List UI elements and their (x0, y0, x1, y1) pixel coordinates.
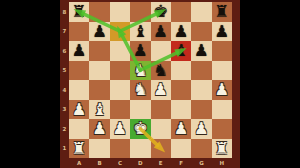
screenshot-stage: 87654321 ABCDEFGH ♜♚♜♟♝♟♟♟♟♟♝♟♞♞♞♟♟♟♝♟♟♚… (0, 0, 300, 168)
square-e4[interactable]: ♟ (151, 80, 171, 100)
square-g6[interactable]: ♟ (191, 41, 211, 61)
file-label-g: G (191, 158, 211, 168)
black-knight-e5: ♞ (153, 61, 168, 81)
square-g3[interactable] (191, 100, 211, 120)
square-b7[interactable]: ♟ (89, 22, 109, 42)
square-b8[interactable] (89, 2, 109, 22)
white-pawn-c2: ♟ (113, 119, 128, 139)
white-king-d2: ♚ (133, 119, 148, 139)
square-g5[interactable] (191, 61, 211, 81)
white-pawn-b2: ♟ (92, 119, 107, 139)
square-h5[interactable] (212, 61, 232, 81)
square-d6[interactable]: ♟ (130, 41, 150, 61)
file-label-c: C (110, 158, 130, 168)
rank-label-6: 6 (60, 41, 69, 61)
square-g7[interactable] (191, 22, 211, 42)
rank-label-3: 3 (60, 100, 69, 120)
square-c8[interactable] (110, 2, 130, 22)
square-f7[interactable]: ♟ (171, 22, 191, 42)
white-pawn-f2: ♟ (174, 119, 189, 139)
square-a1[interactable]: ♜ (69, 139, 89, 159)
white-rook-h1: ♜ (214, 139, 229, 159)
square-d1[interactable] (130, 139, 150, 159)
square-c5[interactable] (110, 61, 130, 81)
file-label-b: B (89, 158, 109, 168)
square-h3[interactable] (212, 100, 232, 120)
square-e1[interactable] (151, 139, 171, 159)
square-a6[interactable]: ♟ (69, 41, 89, 61)
black-bishop-f6: ♝ (174, 41, 189, 61)
black-pawn-e7: ♟ (153, 22, 168, 42)
square-c2[interactable]: ♟ (110, 119, 130, 139)
square-f6[interactable]: ♝ (171, 41, 191, 61)
black-pawn-a6: ♟ (72, 41, 87, 61)
white-pawn-h4: ♟ (214, 80, 229, 100)
square-f1[interactable] (171, 139, 191, 159)
square-f3[interactable] (171, 100, 191, 120)
square-f8[interactable] (171, 2, 191, 22)
square-d5[interactable]: ♞ (130, 61, 150, 81)
square-f5[interactable] (171, 61, 191, 81)
square-c6[interactable] (110, 41, 130, 61)
black-rook-a8: ♜ (72, 2, 87, 22)
file-label-d: D (130, 158, 150, 168)
black-king-e8: ♚ (153, 2, 168, 22)
black-pawn-h7: ♟ (214, 22, 229, 42)
square-e5[interactable]: ♞ (151, 61, 171, 81)
square-d8[interactable] (130, 2, 150, 22)
square-a2[interactable] (69, 119, 89, 139)
white-pawn-g2: ♟ (194, 119, 209, 139)
square-h4[interactable]: ♟ (212, 80, 232, 100)
square-g4[interactable] (191, 80, 211, 100)
square-e7[interactable]: ♟ (151, 22, 171, 42)
square-a5[interactable] (69, 61, 89, 81)
black-pawn-f7: ♟ (174, 22, 189, 42)
square-b5[interactable] (89, 61, 109, 81)
square-c4[interactable] (110, 80, 130, 100)
square-a3[interactable]: ♟ (69, 100, 89, 120)
white-bishop-b3: ♝ (92, 100, 107, 120)
black-pawn-g6: ♟ (194, 41, 209, 61)
square-h2[interactable] (212, 119, 232, 139)
square-h7[interactable]: ♟ (212, 22, 232, 42)
square-g8[interactable] (191, 2, 211, 22)
rank-label-4: 4 (60, 80, 69, 100)
chess-board[interactable]: ♜♚♜♟♝♟♟♟♟♟♝♟♞♞♞♟♟♟♝♟♟♚♟♟♜♜ (69, 2, 232, 158)
square-e6[interactable] (151, 41, 171, 61)
square-a8[interactable]: ♜ (69, 2, 89, 22)
white-knight-d4: ♞ (133, 80, 148, 100)
square-b3[interactable]: ♝ (89, 100, 109, 120)
square-c1[interactable] (110, 139, 130, 159)
square-e2[interactable] (151, 119, 171, 139)
square-c3[interactable] (110, 100, 130, 120)
square-b2[interactable]: ♟ (89, 119, 109, 139)
square-a4[interactable] (69, 80, 89, 100)
black-rook-h8: ♜ (214, 2, 229, 22)
square-a7[interactable] (69, 22, 89, 42)
square-f2[interactable]: ♟ (171, 119, 191, 139)
black-pawn-d6: ♟ (133, 41, 148, 61)
chess-board-frame: 87654321 ABCDEFGH ♜♚♜♟♝♟♟♟♟♟♝♟♞♞♞♟♟♟♝♟♟♚… (60, 0, 240, 168)
square-h6[interactable] (212, 41, 232, 61)
square-d4[interactable]: ♞ (130, 80, 150, 100)
square-c7[interactable] (110, 22, 130, 42)
square-b1[interactable] (89, 139, 109, 159)
black-pawn-b7: ♟ (92, 22, 107, 42)
square-e8[interactable]: ♚ (151, 2, 171, 22)
file-label-f: F (171, 158, 191, 168)
square-g1[interactable] (191, 139, 211, 159)
rank-label-8: 8 (60, 2, 69, 22)
rank-label-5: 5 (60, 61, 69, 81)
square-b4[interactable] (89, 80, 109, 100)
rank-label-1: 1 (60, 139, 69, 159)
rank-label-2: 2 (60, 119, 69, 139)
white-pawn-e4: ♟ (153, 80, 168, 100)
square-d7[interactable]: ♝ (130, 22, 150, 42)
square-b6[interactable] (89, 41, 109, 61)
white-knight-d5: ♞ (133, 61, 148, 81)
square-h1[interactable]: ♜ (212, 139, 232, 159)
file-label-e: E (151, 158, 171, 168)
square-h8[interactable]: ♜ (212, 2, 232, 22)
white-rook-a1: ♜ (72, 139, 87, 159)
rank-label-7: 7 (60, 22, 69, 42)
square-d2[interactable]: ♚ (130, 119, 150, 139)
square-e3[interactable] (151, 100, 171, 120)
square-f4[interactable] (171, 80, 191, 100)
file-labels: ABCDEFGH (69, 158, 232, 168)
black-bishop-d7: ♝ (133, 22, 148, 42)
square-g2[interactable]: ♟ (191, 119, 211, 139)
file-label-a: A (69, 158, 89, 168)
rank-labels: 87654321 (60, 2, 69, 158)
square-d3[interactable] (130, 100, 150, 120)
file-label-h: H (212, 158, 232, 168)
white-pawn-a3: ♟ (72, 100, 87, 120)
